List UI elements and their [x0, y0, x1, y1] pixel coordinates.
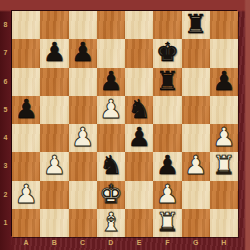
square-f7[interactable]: ♚ — [153, 39, 181, 67]
square-e2[interactable] — [125, 181, 153, 209]
rank-label-5: 5 — [0, 96, 11, 124]
piece-white-pawn[interactable]: ♟ — [99, 96, 122, 122]
piece-black-pawn[interactable]: ♟ — [43, 39, 66, 65]
square-c2[interactable] — [69, 181, 97, 209]
piece-white-rook[interactable]: ♜ — [156, 209, 179, 235]
file-label-a: A — [12, 237, 40, 250]
square-f8[interactable] — [153, 11, 181, 39]
square-c1[interactable] — [69, 209, 97, 237]
file-label-d: D — [97, 237, 125, 250]
rank-label-7: 7 — [0, 39, 11, 67]
square-b3[interactable]: ♟ — [40, 152, 68, 180]
square-f6[interactable]: ♜ — [153, 68, 181, 96]
square-a5[interactable]: ♟ — [12, 96, 40, 124]
square-h4[interactable]: ♟ — [210, 124, 238, 152]
square-a3[interactable] — [12, 152, 40, 180]
piece-white-pawn[interactable]: ♟ — [156, 181, 179, 207]
square-g6[interactable] — [182, 68, 210, 96]
piece-white-pawn[interactable]: ♟ — [14, 181, 37, 207]
square-e5[interactable]: ♞ — [125, 96, 153, 124]
square-b8[interactable] — [40, 11, 68, 39]
piece-black-pawn[interactable]: ♟ — [127, 124, 150, 150]
square-c3[interactable] — [69, 152, 97, 180]
file-label-b: B — [40, 237, 68, 250]
square-h7[interactable] — [210, 39, 238, 67]
square-b4[interactable] — [40, 124, 68, 152]
piece-white-bishop[interactable]: ♝ — [99, 209, 122, 235]
square-g8[interactable]: ♜ — [182, 11, 210, 39]
piece-black-pawn[interactable]: ♟ — [99, 68, 122, 94]
square-f4[interactable] — [153, 124, 181, 152]
rank-label-3: 3 — [0, 152, 11, 180]
square-f5[interactable] — [153, 96, 181, 124]
square-a6[interactable] — [12, 68, 40, 96]
square-a1[interactable] — [12, 209, 40, 237]
square-b7[interactable]: ♟ — [40, 39, 68, 67]
file-label-h: H — [210, 237, 238, 250]
file-label-c: C — [69, 237, 97, 250]
piece-white-pawn[interactable]: ♟ — [71, 124, 94, 150]
piece-black-rook[interactable]: ♜ — [184, 11, 207, 37]
square-g7[interactable] — [182, 39, 210, 67]
rank-label-2: 2 — [0, 181, 11, 209]
rank-label-1: 1 — [0, 209, 11, 237]
square-g5[interactable] — [182, 96, 210, 124]
square-c7[interactable]: ♟ — [69, 39, 97, 67]
square-a8[interactable] — [12, 11, 40, 39]
piece-white-king[interactable]: ♚ — [99, 181, 122, 207]
square-d2[interactable]: ♚ — [97, 181, 125, 209]
square-h1[interactable] — [210, 209, 238, 237]
piece-black-knight[interactable]: ♞ — [99, 152, 122, 178]
file-label-f: F — [153, 237, 181, 250]
piece-black-pawn[interactable]: ♟ — [212, 68, 235, 94]
file-label-g: G — [182, 237, 210, 250]
piece-black-pawn[interactable]: ♟ — [14, 96, 37, 122]
square-d8[interactable] — [97, 11, 125, 39]
square-g2[interactable] — [182, 181, 210, 209]
square-b2[interactable] — [40, 181, 68, 209]
piece-black-rook[interactable]: ♜ — [156, 68, 179, 94]
square-c8[interactable] — [69, 11, 97, 39]
chess-board: ♜♟♟♚♟♜♟♟♟♞♟♟♟♟♞♟♟♜♟♚♟♝♜ — [12, 11, 238, 237]
square-e7[interactable] — [125, 39, 153, 67]
square-e4[interactable]: ♟ — [125, 124, 153, 152]
square-b5[interactable] — [40, 96, 68, 124]
square-g1[interactable] — [182, 209, 210, 237]
square-e6[interactable] — [125, 68, 153, 96]
square-d4[interactable] — [97, 124, 125, 152]
piece-white-rook[interactable]: ♜ — [212, 152, 235, 178]
piece-black-king[interactable]: ♚ — [156, 39, 179, 65]
square-f3[interactable]: ♟ — [153, 152, 181, 180]
piece-black-pawn[interactable]: ♟ — [156, 152, 179, 178]
rank-label-6: 6 — [0, 68, 11, 96]
file-label-e: E — [125, 237, 153, 250]
square-e3[interactable] — [125, 152, 153, 180]
square-e1[interactable] — [125, 209, 153, 237]
square-h3[interactable]: ♜ — [210, 152, 238, 180]
piece-white-pawn[interactable]: ♟ — [212, 124, 235, 150]
square-d3[interactable]: ♞ — [97, 152, 125, 180]
square-h2[interactable] — [210, 181, 238, 209]
square-b1[interactable] — [40, 209, 68, 237]
square-d1[interactable]: ♝ — [97, 209, 125, 237]
square-d5[interactable]: ♟ — [97, 96, 125, 124]
square-b6[interactable] — [40, 68, 68, 96]
rank-label-8: 8 — [0, 11, 11, 39]
piece-black-pawn[interactable]: ♟ — [71, 39, 94, 65]
square-e8[interactable] — [125, 11, 153, 39]
square-a4[interactable] — [12, 124, 40, 152]
square-d6[interactable]: ♟ — [97, 68, 125, 96]
rank-label-4: 4 — [0, 124, 11, 152]
square-h5[interactable] — [210, 96, 238, 124]
piece-white-pawn[interactable]: ♟ — [43, 152, 66, 178]
square-c6[interactable] — [69, 68, 97, 96]
square-h8[interactable] — [210, 11, 238, 39]
square-h6[interactable]: ♟ — [210, 68, 238, 96]
square-a2[interactable]: ♟ — [12, 181, 40, 209]
square-g3[interactable]: ♟ — [182, 152, 210, 180]
square-g4[interactable] — [182, 124, 210, 152]
piece-black-knight[interactable]: ♞ — [127, 96, 150, 122]
chess-board-frame: ♜♟♟♚♟♜♟♟♟♞♟♟♟♟♞♟♟♜♟♚♟♝♜ 87654321 ABCDEFG… — [0, 0, 250, 250]
square-f2[interactable]: ♟ — [153, 181, 181, 209]
square-d7[interactable] — [97, 39, 125, 67]
square-f1[interactable]: ♜ — [153, 209, 181, 237]
piece-white-pawn[interactable]: ♟ — [184, 152, 207, 178]
square-c5[interactable] — [69, 96, 97, 124]
square-c4[interactable]: ♟ — [69, 124, 97, 152]
square-a7[interactable] — [12, 39, 40, 67]
